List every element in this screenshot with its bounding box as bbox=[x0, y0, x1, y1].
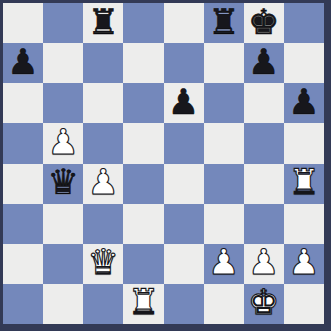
square-h3[interactable] bbox=[284, 204, 324, 244]
square-h4[interactable]: ♜ bbox=[284, 164, 324, 204]
square-a8[interactable] bbox=[3, 3, 43, 43]
square-d5[interactable] bbox=[123, 123, 163, 163]
black-rook[interactable]: ♜ bbox=[88, 5, 119, 40]
chess-board-frame: ♜♜♚♟♟♟♟♟♛♟♜♛♟♟♟♜♚ bbox=[0, 0, 331, 331]
chess-board: ♜♜♚♟♟♟♟♟♛♟♜♛♟♟♟♜♚ bbox=[3, 3, 324, 324]
white-queen[interactable]: ♛ bbox=[88, 245, 119, 280]
square-h7[interactable] bbox=[284, 43, 324, 83]
square-h5[interactable] bbox=[284, 123, 324, 163]
square-g8[interactable]: ♚ bbox=[244, 3, 284, 43]
square-b3[interactable] bbox=[43, 204, 83, 244]
white-pawn[interactable]: ♟ bbox=[208, 245, 239, 280]
square-a6[interactable] bbox=[3, 83, 43, 123]
black-queen[interactable]: ♛ bbox=[47, 165, 78, 200]
square-d3[interactable] bbox=[123, 204, 163, 244]
square-d2[interactable] bbox=[123, 244, 163, 284]
square-e2[interactable] bbox=[164, 244, 204, 284]
square-b2[interactable] bbox=[43, 244, 83, 284]
square-h6[interactable]: ♟ bbox=[284, 83, 324, 123]
square-e7[interactable] bbox=[164, 43, 204, 83]
square-c5[interactable] bbox=[83, 123, 123, 163]
square-b4[interactable]: ♛ bbox=[43, 164, 83, 204]
square-c8[interactable]: ♜ bbox=[83, 3, 123, 43]
square-f4[interactable] bbox=[204, 164, 244, 204]
white-pawn[interactable]: ♟ bbox=[288, 245, 319, 280]
square-f6[interactable] bbox=[204, 83, 244, 123]
square-h8[interactable] bbox=[284, 3, 324, 43]
black-rook[interactable]: ♜ bbox=[208, 5, 239, 40]
square-f8[interactable]: ♜ bbox=[204, 3, 244, 43]
square-g6[interactable] bbox=[244, 83, 284, 123]
square-d1[interactable]: ♜ bbox=[123, 284, 163, 324]
square-g2[interactable]: ♟ bbox=[244, 244, 284, 284]
square-g7[interactable]: ♟ bbox=[244, 43, 284, 83]
black-pawn[interactable]: ♟ bbox=[288, 85, 319, 120]
square-e1[interactable] bbox=[164, 284, 204, 324]
black-pawn[interactable]: ♟ bbox=[248, 45, 279, 80]
square-a4[interactable] bbox=[3, 164, 43, 204]
black-pawn[interactable]: ♟ bbox=[7, 45, 38, 80]
square-h2[interactable]: ♟ bbox=[284, 244, 324, 284]
white-pawn[interactable]: ♟ bbox=[47, 125, 78, 160]
square-c1[interactable] bbox=[83, 284, 123, 324]
square-c4[interactable]: ♟ bbox=[83, 164, 123, 204]
square-d4[interactable] bbox=[123, 164, 163, 204]
square-f1[interactable] bbox=[204, 284, 244, 324]
square-e8[interactable] bbox=[164, 3, 204, 43]
square-c6[interactable] bbox=[83, 83, 123, 123]
square-d6[interactable] bbox=[123, 83, 163, 123]
square-a3[interactable] bbox=[3, 204, 43, 244]
square-f7[interactable] bbox=[204, 43, 244, 83]
square-g1[interactable]: ♚ bbox=[244, 284, 284, 324]
square-h1[interactable] bbox=[284, 284, 324, 324]
square-d7[interactable] bbox=[123, 43, 163, 83]
square-b8[interactable] bbox=[43, 3, 83, 43]
square-g5[interactable] bbox=[244, 123, 284, 163]
white-pawn[interactable]: ♟ bbox=[88, 165, 119, 200]
square-b5[interactable]: ♟ bbox=[43, 123, 83, 163]
square-a7[interactable]: ♟ bbox=[3, 43, 43, 83]
square-c3[interactable] bbox=[83, 204, 123, 244]
square-b7[interactable] bbox=[43, 43, 83, 83]
square-a1[interactable] bbox=[3, 284, 43, 324]
square-f3[interactable] bbox=[204, 204, 244, 244]
square-f5[interactable] bbox=[204, 123, 244, 163]
square-b1[interactable] bbox=[43, 284, 83, 324]
square-e4[interactable] bbox=[164, 164, 204, 204]
square-e5[interactable] bbox=[164, 123, 204, 163]
square-e3[interactable] bbox=[164, 204, 204, 244]
black-king[interactable]: ♚ bbox=[248, 5, 279, 40]
white-pawn[interactable]: ♟ bbox=[248, 245, 279, 280]
square-c7[interactable] bbox=[83, 43, 123, 83]
square-a5[interactable] bbox=[3, 123, 43, 163]
square-e6[interactable]: ♟ bbox=[164, 83, 204, 123]
black-pawn[interactable]: ♟ bbox=[168, 85, 199, 120]
square-g4[interactable] bbox=[244, 164, 284, 204]
white-rook[interactable]: ♜ bbox=[128, 285, 159, 320]
white-king[interactable]: ♚ bbox=[248, 285, 279, 320]
square-c2[interactable]: ♛ bbox=[83, 244, 123, 284]
square-b6[interactable] bbox=[43, 83, 83, 123]
square-f2[interactable]: ♟ bbox=[204, 244, 244, 284]
white-rook[interactable]: ♜ bbox=[288, 165, 319, 200]
square-d8[interactable] bbox=[123, 3, 163, 43]
square-a2[interactable] bbox=[3, 244, 43, 284]
square-g3[interactable] bbox=[244, 204, 284, 244]
